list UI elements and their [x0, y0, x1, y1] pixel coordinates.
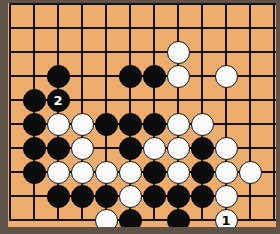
stone-grid: 21 [0, 0, 280, 232]
white-stone [47, 113, 70, 136]
black-stone [119, 209, 142, 232]
white-stone [95, 209, 118, 232]
black-stone [143, 65, 166, 88]
white-stone [167, 41, 190, 64]
black-stone [119, 65, 142, 88]
black-stone [47, 65, 70, 88]
black-stone [23, 113, 46, 136]
black-stone [167, 185, 190, 208]
white-stone [95, 161, 118, 184]
white-stone [167, 137, 190, 160]
black-stone [143, 113, 166, 136]
white-stone [215, 137, 238, 160]
white-stone [215, 65, 238, 88]
black-stone [95, 185, 118, 208]
white-stone [215, 185, 238, 208]
black-stone [143, 161, 166, 184]
white-stone [119, 185, 142, 208]
black-stone [191, 185, 214, 208]
white-stone [71, 137, 94, 160]
white-stone [191, 113, 214, 136]
white-stone [167, 113, 190, 136]
black-stone [119, 137, 142, 160]
go-board[interactable]: 21 [0, 0, 280, 234]
black-stone [95, 113, 118, 136]
black-stone [191, 161, 214, 184]
white-stone [47, 161, 70, 184]
white-stone [167, 65, 190, 88]
white-stone [215, 161, 238, 184]
white-stone [167, 161, 190, 184]
move-1-stone: 1 [215, 209, 238, 232]
black-stone [167, 209, 190, 232]
black-stone [23, 161, 46, 184]
black-stone [47, 185, 70, 208]
white-stone [143, 137, 166, 160]
black-stone [47, 137, 70, 160]
white-stone [239, 161, 262, 184]
black-stone [71, 185, 94, 208]
move-2-stone: 2 [47, 89, 70, 112]
white-stone [119, 161, 142, 184]
black-stone [23, 137, 46, 160]
white-stone [71, 113, 94, 136]
black-stone [119, 113, 142, 136]
black-stone [23, 89, 46, 112]
white-stone [71, 161, 94, 184]
black-stone [143, 185, 166, 208]
black-stone [191, 137, 214, 160]
